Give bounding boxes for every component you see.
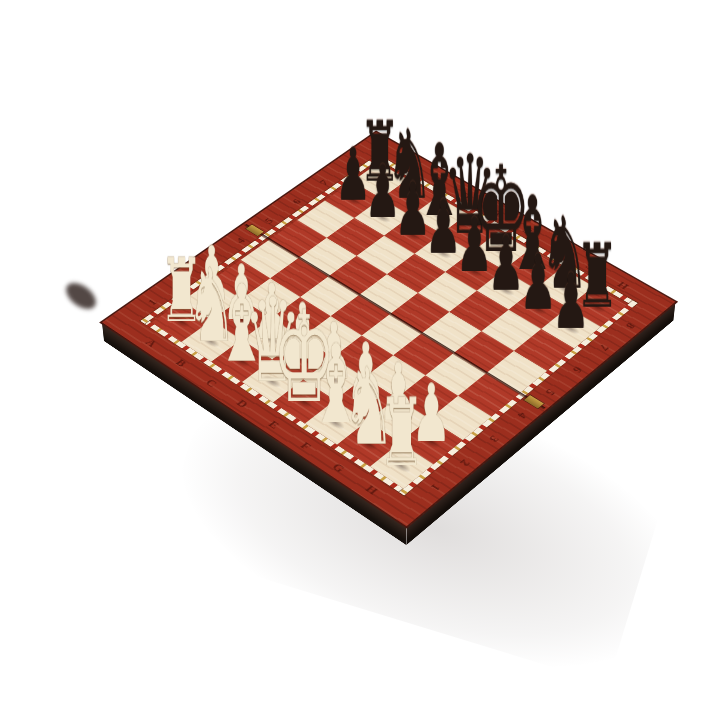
squares-grid: ♜♞♝♛♚♝♞♜♟♟♟♟♟♟♟♟♟♟♟♟♟♟♟♟♜♞♝♛♚♝♞♜ xyxy=(152,163,627,489)
square-h1[interactable]: ♜ xyxy=(370,442,433,488)
scene: ♜♞♝♛♚♝♞♜♟♟♟♟♟♟♟♟♟♟♟♟♟♟♟♟♜♞♝♛♚♝♞♜ AABBCCD… xyxy=(0,0,720,720)
piece-white-rook[interactable]: ♜ xyxy=(355,298,448,466)
photo-stage: ♜♞♝♛♚♝♞♜♟♟♟♟♟♟♟♟♟♟♟♟♟♟♟♟♜♞♝♛♚♝♞♜ AABBCCD… xyxy=(0,0,720,720)
board: ♜♞♝♛♚♝♞♜♟♟♟♟♟♟♟♟♟♟♟♟♟♟♟♟♜♞♝♛♚♝♞♜ AABBCCD… xyxy=(99,131,678,529)
piece-black-pawn[interactable]: ♟ xyxy=(527,170,614,328)
